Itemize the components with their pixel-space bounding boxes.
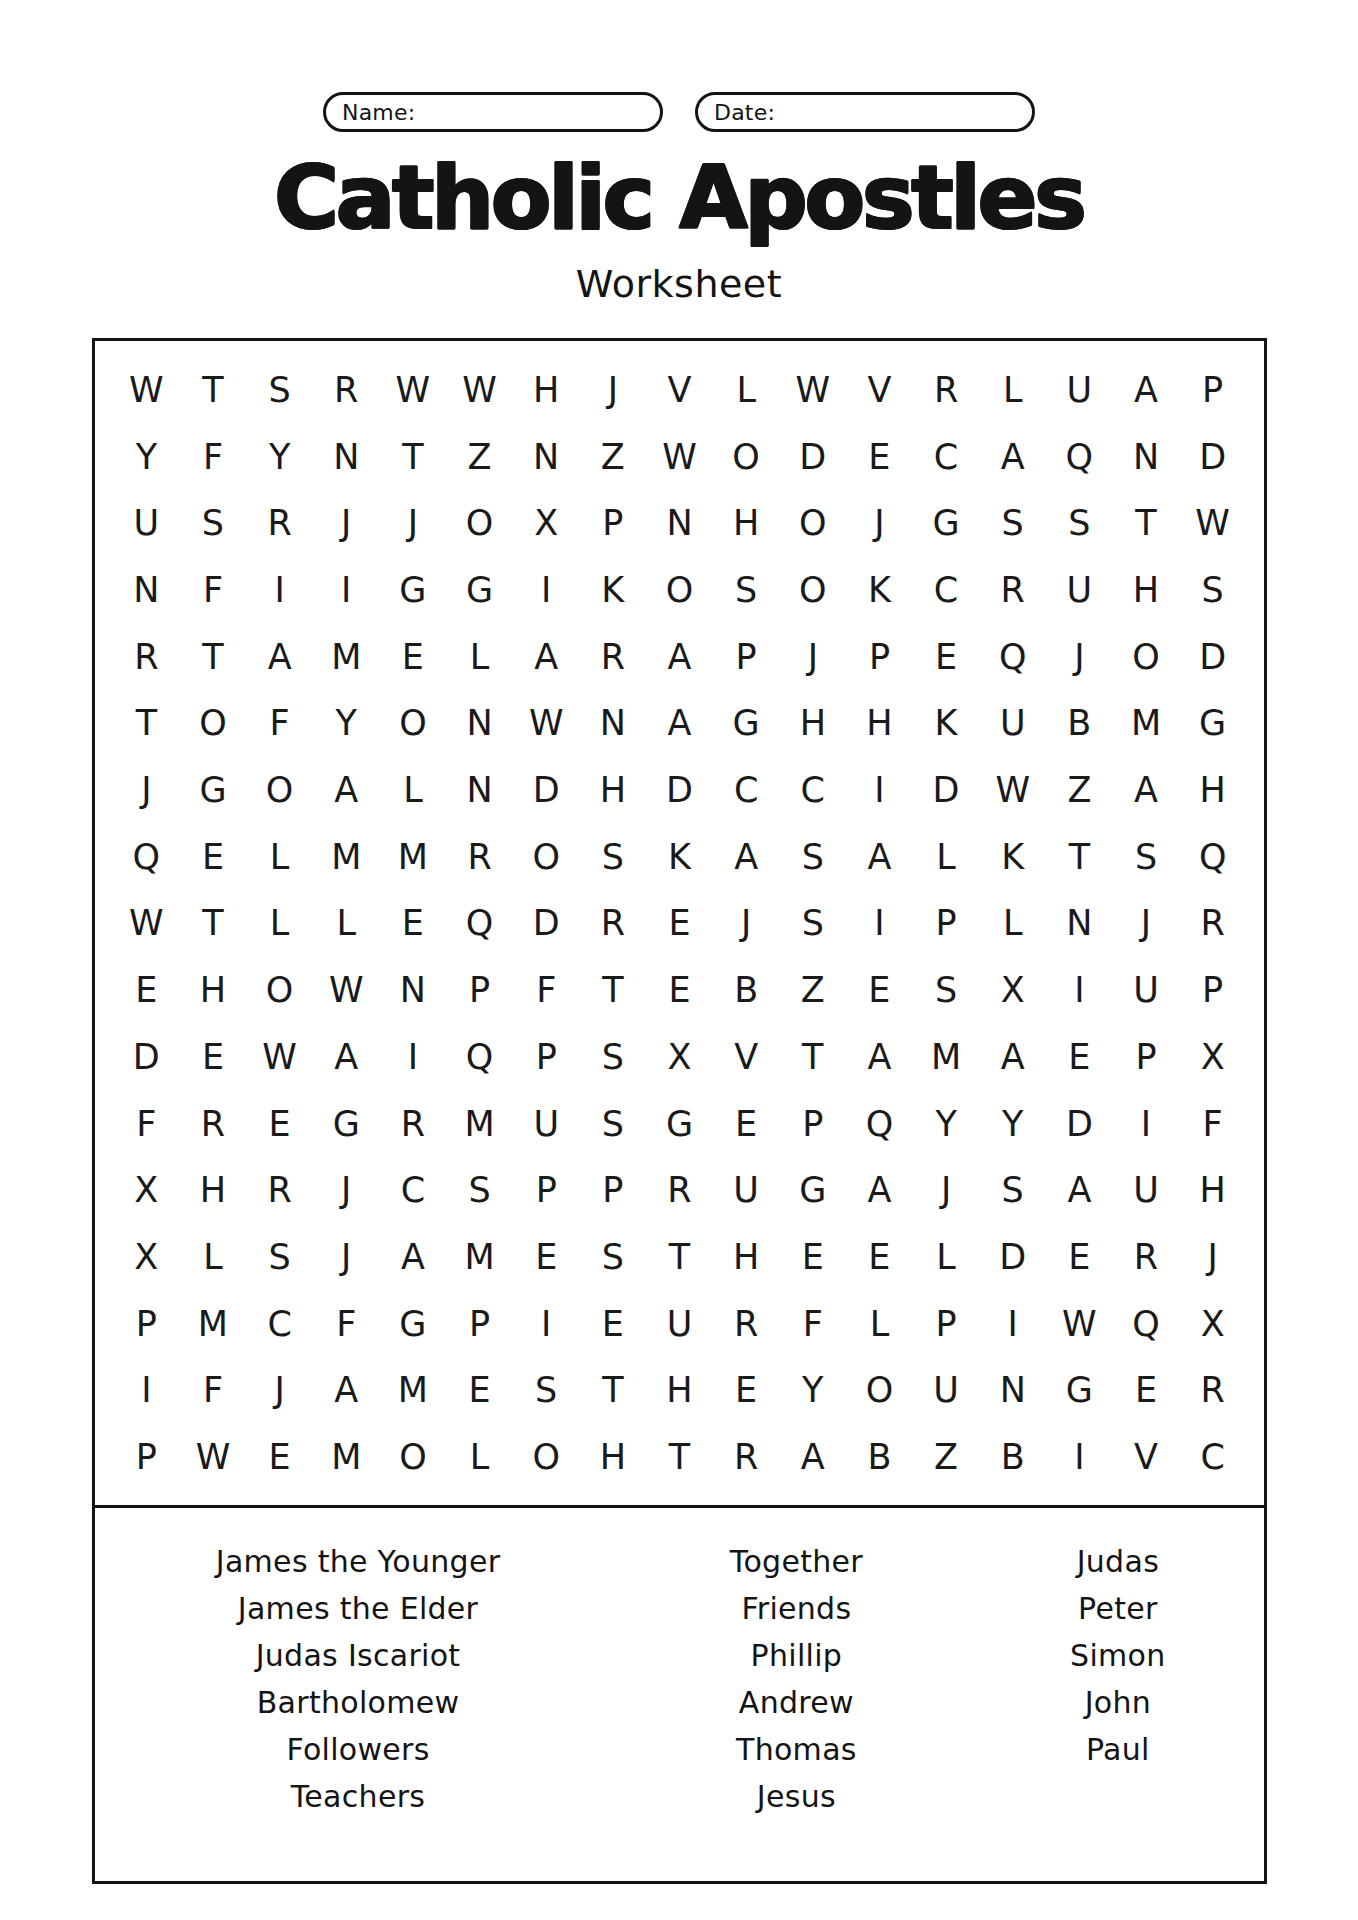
grid-cell: F: [180, 424, 247, 491]
grid-cell: L: [713, 357, 780, 424]
grid-cell: O: [1113, 624, 1180, 691]
grid-cell: T: [113, 691, 180, 758]
grid-cell: E: [380, 624, 447, 691]
grid-cell: A: [1046, 1157, 1113, 1224]
grid-cell: A: [313, 1024, 380, 1091]
grid-cell: P: [713, 624, 780, 691]
grid-cell: J: [380, 490, 447, 557]
grid-cell: K: [979, 824, 1046, 891]
grid-cell: L: [180, 1224, 247, 1291]
grid-cell: R: [580, 891, 647, 958]
grid-cell: J: [713, 891, 780, 958]
grid-cell: E: [180, 1024, 247, 1091]
grid-cell: A: [313, 1358, 380, 1425]
grid-cell: M: [180, 1291, 247, 1358]
grid-cell: N: [979, 1358, 1046, 1425]
word-list-item: Bartholomew: [95, 1679, 621, 1726]
grid-cell: W: [313, 957, 380, 1024]
grid-cell: O: [513, 1424, 580, 1491]
grid-cell: E: [513, 1224, 580, 1291]
grid-cell: Q: [1179, 824, 1246, 891]
grid-cell: F: [779, 1291, 846, 1358]
grid-cell: U: [913, 1358, 980, 1425]
grid-cell: M: [380, 1358, 447, 1425]
grid-cell: G: [779, 1157, 846, 1224]
grid-cell: A: [779, 1424, 846, 1491]
grid-cell: Q: [979, 624, 1046, 691]
grid-cell: E: [646, 957, 713, 1024]
grid-cell: U: [979, 691, 1046, 758]
grid-cell: O: [446, 490, 513, 557]
grid-cell: E: [113, 957, 180, 1024]
grid-cell: A: [246, 624, 313, 691]
grid-cell: R: [713, 1424, 780, 1491]
grid-cell: W: [380, 357, 447, 424]
grid-cell: Y: [779, 1358, 846, 1425]
word-list-item: Paul: [972, 1726, 1264, 1773]
grid-cell: T: [580, 1358, 647, 1425]
grid-cell: I: [846, 757, 913, 824]
grid-cell: R: [580, 624, 647, 691]
grid-cell: H: [513, 357, 580, 424]
grid-cell: S: [580, 1024, 647, 1091]
grid-cell: G: [446, 557, 513, 624]
grid-cell: N: [313, 424, 380, 491]
grid-cell: N: [1113, 424, 1180, 491]
grid-cell: S: [1179, 557, 1246, 624]
grid-cell: F: [180, 557, 247, 624]
grid-cell: P: [513, 1157, 580, 1224]
grid-cell: D: [646, 757, 713, 824]
grid-cell: Y: [113, 424, 180, 491]
grid-cell: Y: [246, 424, 313, 491]
word-list-item: Andrew: [621, 1679, 972, 1726]
grid-cell: A: [513, 624, 580, 691]
grid-cell: T: [646, 1424, 713, 1491]
grid-cell: A: [1113, 357, 1180, 424]
grid-cell: O: [779, 557, 846, 624]
grid-cell: N: [446, 757, 513, 824]
word-list-item: Judas Iscariot: [95, 1632, 621, 1679]
page-subtitle: Worksheet: [0, 262, 1358, 306]
grid-cell: R: [113, 624, 180, 691]
word-list-column: TogetherFriendsPhillipAndrewThomasJesus: [621, 1538, 972, 1820]
date-label: Date:: [714, 100, 775, 125]
grid-cell: I: [1113, 1091, 1180, 1158]
word-list-item: Simon: [972, 1632, 1264, 1679]
word-list-item: Phillip: [621, 1632, 972, 1679]
word-list-item: Thomas: [621, 1726, 972, 1773]
grid-cell: Q: [846, 1091, 913, 1158]
grid-cell: N: [446, 691, 513, 758]
grid-cell: H: [779, 691, 846, 758]
grid-cell: C: [913, 424, 980, 491]
grid-cell: G: [1046, 1358, 1113, 1425]
grid-cell: F: [313, 1291, 380, 1358]
grid-cell: E: [713, 1091, 780, 1158]
grid-cell: M: [446, 1091, 513, 1158]
grid-cell: P: [1179, 957, 1246, 1024]
grid-cell: G: [313, 1091, 380, 1158]
grid-cell: A: [713, 824, 780, 891]
grid-cell: G: [913, 490, 980, 557]
grid-cell: W: [979, 757, 1046, 824]
grid-cell: R: [1113, 1224, 1180, 1291]
grid-cell: P: [580, 1157, 647, 1224]
grid-cell: H: [713, 490, 780, 557]
grid-cell: E: [246, 1424, 313, 1491]
grid-cell: O: [380, 691, 447, 758]
grid-cell: F: [180, 1358, 247, 1425]
grid-cell: P: [446, 1291, 513, 1358]
grid-cell: N: [1046, 891, 1113, 958]
grid-cell: N: [113, 557, 180, 624]
grid-cell: N: [380, 957, 447, 1024]
grid-cell: S: [979, 1157, 1046, 1224]
grid-cell: P: [1179, 357, 1246, 424]
grid-cell: K: [846, 557, 913, 624]
grid-cell: I: [380, 1024, 447, 1091]
grid-cell: D: [513, 757, 580, 824]
grid-cell: S: [779, 824, 846, 891]
grid-cell: E: [846, 1224, 913, 1291]
grid-cell: U: [113, 490, 180, 557]
grid-cell: D: [1046, 1091, 1113, 1158]
word-list-box: James the YoungerJames the ElderJudas Is…: [92, 1505, 1267, 1884]
grid-cell: M: [446, 1224, 513, 1291]
grid-cell: R: [1179, 891, 1246, 958]
grid-cell: L: [313, 891, 380, 958]
page-title: Catholic Apostles: [0, 146, 1358, 249]
grid-cell: F: [1179, 1091, 1246, 1158]
grid-cell: O: [380, 1424, 447, 1491]
grid-cell: G: [713, 691, 780, 758]
grid-cell: H: [180, 957, 247, 1024]
grid-cell: L: [979, 891, 1046, 958]
grid-cell: W: [646, 424, 713, 491]
grid-cell: M: [313, 624, 380, 691]
grid-cell: Y: [913, 1091, 980, 1158]
grid-cell: H: [846, 691, 913, 758]
grid-cell: J: [313, 1157, 380, 1224]
grid-cell: L: [979, 357, 1046, 424]
grid-cell: L: [846, 1291, 913, 1358]
grid-cell: R: [1179, 1358, 1246, 1425]
grid-cell: H: [1113, 557, 1180, 624]
grid-cell: P: [580, 490, 647, 557]
grid-cell: C: [1179, 1424, 1246, 1491]
grid-cell: B: [846, 1424, 913, 1491]
grid-cell: E: [1113, 1358, 1180, 1425]
grid-cell: W: [1046, 1291, 1113, 1358]
date-field[interactable]: Date:: [695, 92, 1035, 132]
grid-cell: S: [913, 957, 980, 1024]
grid-cell: U: [1113, 1157, 1180, 1224]
grid-cell: Z: [913, 1424, 980, 1491]
grid-cell: A: [979, 1024, 1046, 1091]
grid-cell: C: [913, 557, 980, 624]
grid-cell: M: [313, 824, 380, 891]
grid-cell: X: [979, 957, 1046, 1024]
grid-cell: F: [246, 691, 313, 758]
grid-cell: J: [246, 1358, 313, 1425]
grid-cell: D: [1179, 624, 1246, 691]
grid-cell: J: [1179, 1224, 1246, 1291]
grid-cell: V: [846, 357, 913, 424]
grid-cell: R: [246, 1157, 313, 1224]
grid-cell: M: [913, 1024, 980, 1091]
grid-cell: Q: [446, 891, 513, 958]
grid-cell: O: [246, 757, 313, 824]
grid-cell: S: [246, 357, 313, 424]
grid-cell: A: [1113, 757, 1180, 824]
grid-cell: U: [1113, 957, 1180, 1024]
word-list-item: Teachers: [95, 1773, 621, 1820]
grid-cell: P: [513, 1024, 580, 1091]
grid-cell: Q: [1113, 1291, 1180, 1358]
grid-cell: E: [713, 1358, 780, 1425]
grid-cell: S: [1113, 824, 1180, 891]
grid-cell: T: [580, 957, 647, 1024]
grid-cell: P: [913, 1291, 980, 1358]
grid-cell: U: [513, 1091, 580, 1158]
grid-cell: E: [779, 1224, 846, 1291]
grid-cell: X: [1179, 1024, 1246, 1091]
grid-cell: J: [1046, 624, 1113, 691]
grid-cell: T: [380, 424, 447, 491]
grid-cell: R: [313, 357, 380, 424]
header-fields: Name: Date:: [0, 92, 1358, 132]
grid-cell: W: [113, 357, 180, 424]
grid-cell: T: [180, 891, 247, 958]
grid-cell: G: [380, 557, 447, 624]
grid-cell: I: [513, 1291, 580, 1358]
grid-cell: Z: [580, 424, 647, 491]
word-list-item: James the Elder: [95, 1585, 621, 1632]
grid-cell: H: [646, 1358, 713, 1425]
grid-cell: N: [646, 490, 713, 557]
word-list-item: Followers: [95, 1726, 621, 1773]
grid-cell: O: [779, 490, 846, 557]
grid-cell: L: [246, 824, 313, 891]
grid-cell: S: [713, 557, 780, 624]
grid-cell: J: [913, 1157, 980, 1224]
word-list-item: Peter: [972, 1585, 1264, 1632]
grid-cell: S: [513, 1358, 580, 1425]
grid-cell: Q: [446, 1024, 513, 1091]
grid-cell: X: [113, 1224, 180, 1291]
grid-cell: Y: [979, 1091, 1046, 1158]
grid-cell: Q: [113, 824, 180, 891]
grid-cell: T: [180, 624, 247, 691]
grid-cell: W: [779, 357, 846, 424]
grid-cell: H: [580, 757, 647, 824]
grid-cell: U: [646, 1291, 713, 1358]
grid-cell: S: [246, 1224, 313, 1291]
grid-cell: F: [113, 1091, 180, 1158]
grid-cell: K: [580, 557, 647, 624]
grid-cell: O: [646, 557, 713, 624]
grid-cell: O: [180, 691, 247, 758]
grid-cell: D: [779, 424, 846, 491]
grid-cell: U: [713, 1157, 780, 1224]
grid-cell: E: [446, 1358, 513, 1425]
grid-cell: I: [846, 891, 913, 958]
grid-cell: P: [913, 891, 980, 958]
grid-cell: J: [113, 757, 180, 824]
grid-cell: V: [713, 1024, 780, 1091]
grid-cell: A: [380, 1224, 447, 1291]
word-list-item: Judas: [972, 1538, 1264, 1585]
grid-cell: K: [646, 824, 713, 891]
grid-cell: J: [580, 357, 647, 424]
grid-cell: B: [1046, 691, 1113, 758]
grid-cell: C: [246, 1291, 313, 1358]
grid-cell: I: [246, 557, 313, 624]
grid-cell: E: [913, 624, 980, 691]
grid-cell: S: [180, 490, 247, 557]
grid-cell: S: [580, 824, 647, 891]
grid-cell: C: [713, 757, 780, 824]
grid-cell: M: [380, 824, 447, 891]
grid-cell: R: [646, 1157, 713, 1224]
grid-cell: W: [446, 357, 513, 424]
grid-cell: H: [713, 1224, 780, 1291]
grid-cell: I: [979, 1291, 1046, 1358]
grid-cell: H: [580, 1424, 647, 1491]
grid-cell: R: [979, 557, 1046, 624]
grid-cell: D: [513, 891, 580, 958]
grid-cell: N: [580, 691, 647, 758]
grid-cell: N: [513, 424, 580, 491]
grid-cell: L: [246, 891, 313, 958]
grid-cell: W: [513, 691, 580, 758]
grid-cell: J: [313, 1224, 380, 1291]
grid-cell: O: [513, 824, 580, 891]
grid-cell: E: [180, 824, 247, 891]
grid-cell: P: [779, 1091, 846, 1158]
grid-cell: E: [846, 424, 913, 491]
grid-cell: Q: [1046, 424, 1113, 491]
grid-cell: W: [113, 891, 180, 958]
grid-cell: I: [1046, 957, 1113, 1024]
grid-cell: I: [513, 557, 580, 624]
worksheet-page: Name: Date: Catholic Apostles Worksheet …: [0, 0, 1358, 1920]
grid-cell: I: [113, 1358, 180, 1425]
grid-cell: V: [1113, 1424, 1180, 1491]
grid-cell: B: [713, 957, 780, 1024]
grid-cell: R: [446, 824, 513, 891]
grid-cell: A: [846, 824, 913, 891]
grid-cell: P: [113, 1291, 180, 1358]
grid-cell: Z: [446, 424, 513, 491]
grid-cell: S: [979, 490, 1046, 557]
grid-cell: E: [1046, 1024, 1113, 1091]
name-label: Name:: [342, 100, 415, 125]
grid-cell: J: [779, 624, 846, 691]
grid-cell: F: [513, 957, 580, 1024]
grid-cell: D: [1179, 424, 1246, 491]
grid-cell: O: [846, 1358, 913, 1425]
grid-cell: R: [913, 357, 980, 424]
grid-cell: O: [246, 957, 313, 1024]
grid-cell: A: [846, 1157, 913, 1224]
grid-cell: S: [1046, 490, 1113, 557]
word-list-item: James the Younger: [95, 1538, 621, 1585]
grid-cell: W: [180, 1424, 247, 1491]
grid-cell: L: [446, 624, 513, 691]
grid-cell: S: [779, 891, 846, 958]
grid-cell: A: [646, 624, 713, 691]
word-list-item: Friends: [621, 1585, 972, 1632]
grid-cell: I: [313, 557, 380, 624]
grid-cell: A: [846, 1024, 913, 1091]
grid-cell: G: [180, 757, 247, 824]
grid-cell: L: [913, 824, 980, 891]
grid-cell: J: [313, 490, 380, 557]
grid-cell: A: [646, 691, 713, 758]
grid-cell: S: [446, 1157, 513, 1224]
grid-cell: R: [713, 1291, 780, 1358]
grid-cell: T: [779, 1024, 846, 1091]
word-list-item: Together: [621, 1538, 972, 1585]
grid-cell: E: [380, 891, 447, 958]
grid-cell: O: [713, 424, 780, 491]
grid-cell: G: [380, 1291, 447, 1358]
grid-cell: T: [1113, 490, 1180, 557]
grid-cell: R: [246, 490, 313, 557]
grid-cell: Y: [313, 691, 380, 758]
grid-cell: A: [979, 424, 1046, 491]
grid-cell: E: [846, 957, 913, 1024]
word-list-item: John: [972, 1679, 1264, 1726]
grid-cell: R: [380, 1091, 447, 1158]
grid-cell: L: [380, 757, 447, 824]
grid-cell: V: [646, 357, 713, 424]
grid-cell: G: [646, 1091, 713, 1158]
name-field[interactable]: Name:: [323, 92, 663, 132]
grid-cell: L: [913, 1224, 980, 1291]
word-list-item: Jesus: [621, 1773, 972, 1820]
grid-cell: Z: [779, 957, 846, 1024]
grid-cell: M: [313, 1424, 380, 1491]
grid-cell: W: [246, 1024, 313, 1091]
grid-cell: D: [979, 1224, 1046, 1291]
grid-cell: S: [580, 1224, 647, 1291]
grid-cell: A: [313, 757, 380, 824]
grid-cell: C: [380, 1157, 447, 1224]
grid-cell: K: [913, 691, 980, 758]
grid-cell: U: [1046, 557, 1113, 624]
grid-cell: U: [1046, 357, 1113, 424]
grid-cell: B: [979, 1424, 1046, 1491]
grid-cell: T: [180, 357, 247, 424]
grid-cell: P: [113, 1424, 180, 1491]
grid-cell: T: [646, 1224, 713, 1291]
grid-cell: M: [1113, 691, 1180, 758]
grid-cell: D: [113, 1024, 180, 1091]
grid-cell: X: [1179, 1291, 1246, 1358]
grid-cell: R: [180, 1091, 247, 1158]
grid-cell: H: [180, 1157, 247, 1224]
word-list-column: JudasPeterSimonJohnPaul: [972, 1538, 1264, 1773]
grid-cell: E: [580, 1291, 647, 1358]
grid-cell: T: [1046, 824, 1113, 891]
grid-cell: C: [779, 757, 846, 824]
wordsearch-grid: WTSRWWHJVLWVRLUAPYFYNTZNZWODECAQNDUSRJJO…: [92, 338, 1267, 1508]
grid-cell: W: [1179, 490, 1246, 557]
grid-cell: X: [513, 490, 580, 557]
